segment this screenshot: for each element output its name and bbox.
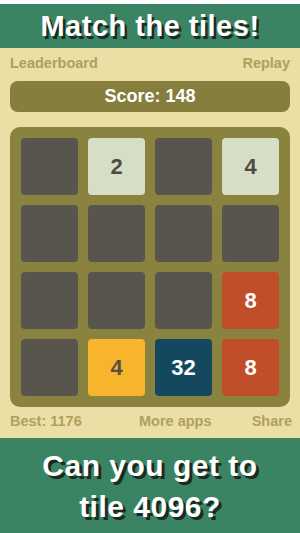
footer-row: Best: 1176 More apps Share [10,413,292,433]
board-cell [155,272,212,329]
board-cell [21,272,78,329]
menu-row: Leaderboard Replay [10,55,290,73]
board-cell [222,205,279,262]
board-cell: 32 [155,339,212,396]
bottom-banner-line2: tile 4096? [0,486,300,527]
more-apps-button[interactable]: More apps [139,413,212,429]
best-score-display: Best: 1176 [10,413,82,429]
board-cell [21,339,78,396]
board-cell [155,138,212,195]
board-cell: 8 [222,272,279,329]
board-cell [155,205,212,262]
score-display: Score: 148 [10,81,290,112]
board-cell [88,272,145,329]
board-cell: 8 [222,339,279,396]
board-cell: 2 [88,138,145,195]
app-screen: Match the tiles! Leaderboard Replay Scor… [0,0,300,533]
replay-button[interactable]: Replay [242,55,290,73]
game-board[interactable]: 2 4 8 4 32 8 [10,127,290,407]
top-promo-banner: Match the tiles! [0,4,300,48]
board-cell: 4 [88,339,145,396]
board-cell [21,138,78,195]
board-cell: 4 [222,138,279,195]
board-cell [21,205,78,262]
bottom-promo-banner: Can you get to tile 4096? [0,438,300,533]
page-title: Match the tiles! [40,10,259,42]
leaderboard-button[interactable]: Leaderboard [10,55,98,73]
board-cell [88,205,145,262]
bottom-banner-line1: Can you get to [0,445,300,486]
share-button[interactable]: Share [252,413,292,429]
